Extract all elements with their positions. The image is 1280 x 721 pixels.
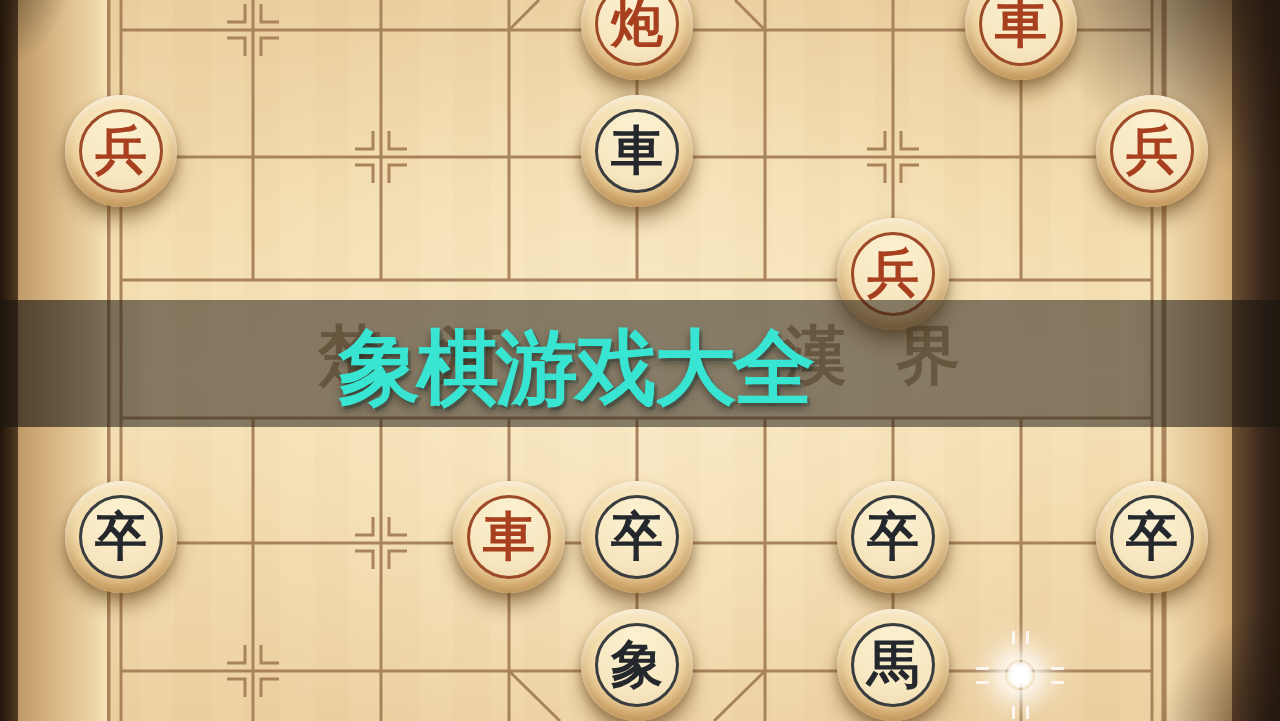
piece-ring: 卒	[851, 495, 935, 579]
piece-character: 車	[995, 0, 1047, 49]
piece-black-horse[interactable]: 馬	[837, 609, 949, 721]
piece-black-soldier[interactable]: 卒	[837, 481, 949, 593]
piece-ring: 象	[595, 623, 679, 707]
tap-glow-tick	[1026, 706, 1029, 719]
piece-ring: 卒	[1110, 495, 1194, 579]
piece-ring: 車	[467, 495, 551, 579]
tap-glow-tick	[1012, 706, 1015, 719]
piece-ring: 馬	[851, 623, 935, 707]
piece-character: 馬	[867, 638, 919, 690]
piece-red-chariot[interactable]: 車	[453, 481, 565, 593]
piece-ring: 卒	[79, 495, 163, 579]
page-title: 象棋游戏大全	[338, 314, 812, 424]
piece-character: 兵	[867, 247, 919, 299]
piece-ring: 炮	[595, 0, 679, 66]
tap-glow-tick	[1012, 631, 1015, 644]
piece-character: 車	[611, 124, 663, 176]
piece-character: 卒	[611, 510, 663, 562]
piece-character: 卒	[1126, 510, 1178, 562]
piece-ring: 車	[979, 0, 1063, 66]
piece-character: 象	[611, 638, 663, 690]
tap-glow-tick	[1051, 667, 1064, 670]
piece-ring: 兵	[79, 109, 163, 193]
tap-glow-tick	[1051, 681, 1064, 684]
piece-character: 卒	[95, 510, 147, 562]
piece-black-chariot[interactable]: 車	[581, 95, 693, 207]
piece-ring: 車	[595, 109, 679, 193]
piece-ring: 兵	[1110, 109, 1194, 193]
piece-black-soldier[interactable]: 卒	[1096, 481, 1208, 593]
piece-character: 炮	[611, 0, 663, 49]
piece-black-soldier[interactable]: 卒	[581, 481, 693, 593]
piece-black-elephant[interactable]: 象	[581, 609, 693, 721]
tap-glow-core	[1005, 660, 1035, 690]
piece-character: 車	[483, 510, 535, 562]
piece-red-soldier[interactable]: 兵	[1096, 95, 1208, 207]
game-screen: 楚河漢界 炮車兵車兵兵卒車卒卒卒象馬 象棋游戏大全	[0, 0, 1280, 721]
title-banner: 象棋游戏大全	[0, 300, 1280, 427]
piece-character: 卒	[867, 510, 919, 562]
piece-red-soldier[interactable]: 兵	[65, 95, 177, 207]
piece-character: 兵	[1126, 124, 1178, 176]
piece-character: 兵	[95, 124, 147, 176]
tap-glow-tick	[976, 667, 989, 670]
tap-glow-tick	[976, 681, 989, 684]
tap-glow-tick	[1026, 631, 1029, 644]
piece-ring: 卒	[595, 495, 679, 579]
piece-black-soldier[interactable]: 卒	[65, 481, 177, 593]
